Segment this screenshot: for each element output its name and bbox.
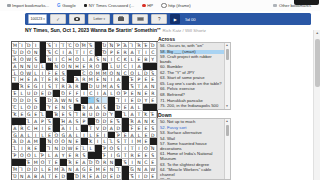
grid-cell-r5c21[interactable]: 35S	[150, 70, 157, 77]
grid-cell-r5c5[interactable]: I	[40, 70, 47, 77]
grid-cell-r13c9[interactable]: I	[67, 125, 74, 132]
grid-cell-r11c21[interactable]: 62E	[150, 111, 157, 118]
grid-cell-r7c15[interactable]: A	[108, 83, 115, 90]
grid-cell-r12c3[interactable]: 63L	[26, 118, 33, 125]
grid-cell-r7c10[interactable]: R	[74, 83, 81, 90]
grid-cell-r19c4[interactable]: D	[33, 166, 40, 173]
grid-cell-r10c11[interactable]: 53B	[81, 104, 88, 111]
grid-cell-r19c5[interactable]: L	[40, 166, 47, 173]
grid-cell-r18c11[interactable]: A	[81, 159, 88, 166]
grid-cell-r8c15[interactable]: L	[108, 90, 115, 97]
grid-cell-r10c8[interactable]: N	[60, 104, 67, 111]
grid-cell-r6c19[interactable]: P	[136, 76, 143, 83]
letter-select[interactable]: Letter ▾	[88, 14, 110, 24]
grid-cell-r16c8[interactable]: D	[60, 145, 67, 152]
grid-cell-r6c5[interactable]: T	[40, 76, 47, 83]
grid-cell-r8c13[interactable]: I	[95, 90, 102, 97]
grid-cell-r5c15[interactable]: O	[108, 70, 115, 77]
grid-cell-r7c2[interactable]: 39R	[19, 83, 26, 90]
grid-cell-r11c10[interactable]: 58T	[74, 111, 81, 118]
grid-cell-r9c7[interactable]: 48A	[53, 97, 60, 104]
grid-cell-r4c13[interactable]: O	[95, 63, 102, 70]
grid-cell-r20c6[interactable]: T	[46, 173, 53, 180]
grid-cell-r1c21[interactable]: 19D	[150, 42, 157, 49]
clue-down-65[interactable]: 65. Pier	[160, 178, 224, 180]
grid-cell-r6c1[interactable]: 36T	[12, 76, 19, 83]
grid-cell-r3c19[interactable]: E	[136, 56, 143, 63]
grid-cell-r20c14[interactable]: D	[102, 173, 109, 180]
grid-cell-r13c6[interactable]: E	[46, 125, 53, 132]
puzzle-date-select[interactable]: 100123▾	[28, 14, 47, 24]
grid-cell-r4c8[interactable]: O	[60, 63, 67, 70]
grid-cell-r8c4[interactable]: D	[33, 90, 40, 97]
grid-cell-r15c13[interactable]: I	[95, 138, 102, 145]
grid-cell-r13c21[interactable]: S	[150, 125, 157, 132]
grid-cell-r2c15[interactable]: P	[108, 49, 115, 56]
grid-cell-r9c21[interactable]: E	[150, 97, 157, 104]
grid-cell-r1c11[interactable]: 10M	[81, 42, 88, 49]
grid-cell-r12c20[interactable]: N	[143, 118, 150, 125]
grid-cell-r13c20[interactable]: E	[143, 125, 150, 132]
grid-cell-r20c11[interactable]: R	[81, 173, 88, 180]
grid-cell-r20c5[interactable]: A	[40, 173, 47, 180]
grid-cell-r9c13[interactable]: S	[95, 97, 102, 104]
grid-cell-r18c4[interactable]: M	[33, 159, 40, 166]
grid-cell-r7c6[interactable]: S	[46, 83, 53, 90]
grid-cell-r20c2[interactable]: N	[19, 173, 26, 180]
grid-cell-r8c11[interactable]: I	[81, 90, 88, 97]
grid-cell-r15c20[interactable]: E	[143, 138, 150, 145]
grid-cell-r15c7[interactable]: O	[53, 138, 60, 145]
grid-cell-r2c8[interactable]: I	[60, 49, 67, 56]
grid-cell-r5c8[interactable]: S	[60, 70, 67, 77]
grid-cell-r20c8[interactable]: D	[60, 173, 67, 180]
grid-cell-r8c5[interactable]: E	[40, 90, 47, 97]
grid-cell-r6c3[interactable]: E	[26, 76, 33, 83]
grid-cell-r7c19[interactable]: T	[136, 83, 143, 90]
grid-cell-r4c12[interactable]: R	[88, 63, 95, 70]
grid-cell-r3c12[interactable]: A	[88, 56, 95, 63]
grid-cell-r19c21[interactable]: W	[150, 166, 157, 173]
grid-cell-r15c3[interactable]: A	[26, 138, 33, 145]
grid-cell-r12c5[interactable]: P	[40, 118, 47, 125]
grid-cell-r15c4[interactable]: M	[33, 138, 40, 145]
grid-cell-r4c4[interactable]: U	[33, 63, 40, 70]
grid-cell-r18c9[interactable]: 91R	[67, 159, 74, 166]
grid-cell-r20c15[interactable]: E	[108, 173, 115, 180]
grid-cell-r20c3[interactable]: A	[26, 173, 33, 180]
grid-cell-r3c2[interactable]: O	[19, 56, 26, 63]
grid-cell-r18c14[interactable]: R	[102, 159, 109, 166]
across-list-scrollbar[interactable]: ▲ ▼	[224, 43, 230, 109]
keyboard-button[interactable]	[132, 14, 148, 24]
grid-cell-r4c19[interactable]: A	[136, 63, 143, 70]
grid-cell-r8c21[interactable]: R	[150, 90, 157, 97]
grid-cell-r4c16[interactable]: U	[115, 63, 122, 70]
grid-cell-r18c10[interactable]: E	[74, 159, 81, 166]
grid-cell-r2c20[interactable]: I	[143, 49, 150, 56]
grid-cell-r19c8[interactable]: 97A	[60, 166, 67, 173]
grid-cell-r6c4[interactable]: A	[33, 76, 40, 83]
grid-cell-r13c8[interactable]: 71A	[60, 125, 67, 132]
grid-cell-r8c14[interactable]: A	[102, 90, 109, 97]
grid-cell-r19c9[interactable]: N	[67, 166, 74, 173]
grid-cell-r9c19[interactable]: D	[136, 97, 143, 104]
clue-across-68[interactable]: 68. Befriend?	[160, 93, 224, 98]
grid-cell-r6c14[interactable]: N	[102, 76, 109, 83]
grid-cell-r6c7[interactable]: R	[53, 76, 60, 83]
grid-cell-r11c15[interactable]: 59Y	[108, 111, 115, 118]
grid-cell-r17c20[interactable]: E	[143, 152, 150, 159]
grid-cell-r13c12[interactable]: 72T	[88, 125, 95, 132]
page-scrollbar[interactable]: ▲	[313, 30, 320, 180]
grid-cell-r13c2[interactable]: 70R	[19, 125, 26, 132]
grid-cell-r14c18[interactable]: A	[129, 132, 136, 139]
grid-cell-r14c3[interactable]: L	[26, 132, 33, 139]
grid-cell-r4c5[interactable]: 27L	[40, 63, 47, 70]
grid-cell-r7c12[interactable]: 41D	[88, 83, 95, 90]
grid-cell-r14c19[interactable]: L	[136, 132, 143, 139]
crossword-grid[interactable]: 1M2I3D4I5S6I7T8C9O10M11S12U13N14P15A16I1…	[11, 41, 158, 180]
grid-cell-r7c13[interactable]: U	[95, 83, 102, 90]
clue-down-61[interactable]: 61. Home of India's National Museum	[160, 152, 224, 161]
grid-cell-r16c7[interactable]: N	[53, 145, 60, 152]
grid-cell-r18c13[interactable]: 93O	[95, 159, 102, 166]
grid-cell-r14c21[interactable]: D	[150, 132, 157, 139]
grid-cell-r19c11[interactable]: G	[81, 166, 88, 173]
grid-cell-r19c19[interactable]: N	[136, 166, 143, 173]
scroll-thumb[interactable]	[226, 125, 229, 136]
grid-cell-r17c2[interactable]: O	[19, 152, 26, 159]
grid-cell-r1c7[interactable]: 6I	[53, 42, 60, 49]
grid-cell-r10c3[interactable]: O	[26, 104, 33, 111]
grid-cell-r7c16[interactable]: S	[115, 83, 122, 90]
grid-cell-r8c20[interactable]: E	[143, 90, 150, 97]
grid-cell-r3c16[interactable]: C	[115, 56, 122, 63]
grid-cell-r8c18[interactable]: E	[129, 90, 136, 97]
grid-cell-r14c14[interactable]: I	[102, 132, 109, 139]
grid-cell-r6c6[interactable]: E	[46, 76, 53, 83]
grid-cell-r9c18[interactable]: E	[129, 97, 136, 104]
grid-cell-r17c10[interactable]: R	[74, 152, 81, 159]
scroll-down-icon[interactable]: ▼	[226, 105, 229, 108]
grid-cell-r12c6[interactable]: 64S	[46, 118, 53, 125]
grid-cell-r13c15[interactable]: A	[108, 125, 115, 132]
grid-cell-r14c7[interactable]: 75O	[53, 132, 60, 139]
grid-cell-r15c8[interactable]: O	[60, 138, 67, 145]
grid-cell-r20c7[interactable]: E	[53, 173, 60, 180]
grid-cell-r1c4[interactable]: 4I	[33, 42, 40, 49]
grid-cell-r12c13[interactable]: 66O	[95, 118, 102, 125]
grid-cell-r3c4[interactable]: S	[33, 56, 40, 63]
grid-cell-r16c3[interactable]: R	[26, 145, 33, 152]
grid-cell-r7c3[interactable]: E	[26, 83, 33, 90]
down-list-scrollbar[interactable]: ▲	[224, 119, 230, 179]
grid-cell-r13c10[interactable]: L	[74, 125, 81, 132]
grid-cell-r8c3[interactable]: U	[26, 90, 33, 97]
grid-cell-r5c2[interactable]: O	[19, 70, 26, 77]
grid-cell-r1c18[interactable]: 16I	[129, 42, 136, 49]
grid-cell-r7c14[interactable]: M	[102, 83, 109, 90]
grid-cell-r17c16[interactable]: G	[115, 152, 122, 159]
clue-down-57[interactable]: 57. Some haunted house decorations	[160, 142, 224, 151]
grid-cell-r17c15[interactable]: I	[108, 152, 115, 159]
grid-cell-r19c3[interactable]: D	[26, 166, 33, 173]
grid-cell-r11c17[interactable]: 60L	[122, 111, 129, 118]
grid-cell-r13c4[interactable]: H	[33, 125, 40, 132]
grid-cell-r5c6[interactable]: 31F	[46, 70, 53, 77]
grid-cell-r13c14[interactable]: D	[102, 125, 109, 132]
grid-cell-r3c18[interactable]: L	[129, 56, 136, 63]
grid-cell-r3c20[interactable]: B	[143, 56, 150, 63]
grid-cell-r16c21[interactable]: 86N	[150, 145, 157, 152]
grid-cell-r14c11[interactable]: I	[81, 132, 88, 139]
grid-cell-r10c6[interactable]: 52Y	[46, 104, 53, 111]
grid-cell-r14c13[interactable]: E	[95, 132, 102, 139]
grid-cell-r14c8[interactable]: G	[60, 132, 67, 139]
grid-cell-r16c16[interactable]: S	[115, 145, 122, 152]
grid-cell-r15c10[interactable]: E	[74, 138, 81, 145]
grid-cell-r17c6[interactable]: L	[46, 152, 53, 159]
grid-cell-r7c5[interactable]: I	[40, 83, 47, 90]
scroll-thumb[interactable]	[226, 49, 229, 60]
grid-cell-r11c20[interactable]: 61K	[143, 111, 150, 118]
grid-cell-r19c2[interactable]: 96I	[19, 166, 26, 173]
grid-cell-r6c20[interactable]: E	[143, 76, 150, 83]
grid-cell-r5c3[interactable]: W	[26, 70, 33, 77]
grid-cell-r19c15[interactable]: N	[108, 166, 115, 173]
grid-cell-r12c9[interactable]: A	[67, 118, 74, 125]
grid-cell-r4c2[interactable]: N	[19, 63, 26, 70]
grid-cell-r10c13[interactable]: A	[95, 104, 102, 111]
grid-cell-r2c4[interactable]: N	[33, 49, 40, 56]
grid-cell-r6c15[interactable]: I	[108, 76, 115, 83]
grid-cell-r3c10[interactable]: O	[74, 56, 81, 63]
grid-cell-r3c17[interactable]: K	[122, 56, 129, 63]
grid-cell-r10c9[interactable]: S	[67, 104, 74, 111]
grid-cell-r12c16[interactable]: 67S	[115, 118, 122, 125]
grid-cell-r3c11[interactable]: L	[81, 56, 88, 63]
grid-cell-r15c2[interactable]: D	[19, 138, 26, 145]
grid-cell-r16c9[interactable]: W	[67, 145, 74, 152]
grid-cell-r1c8[interactable]: 7T	[60, 42, 67, 49]
grid-cell-r3c14[interactable]: N	[102, 56, 109, 63]
grid-cell-r1c9[interactable]: 8C	[67, 42, 74, 49]
grid-cell-r14c2[interactable]: A	[19, 132, 26, 139]
grid-cell-r15c9[interactable]: N	[67, 138, 74, 145]
grid-cell-r15c15[interactable]: 81L	[108, 138, 115, 145]
grid-cell-r19c16[interactable]: 98T	[115, 166, 122, 173]
grid-cell-r14c5[interactable]: L	[40, 132, 47, 139]
grid-cell-r14c17[interactable]: 77E	[122, 132, 129, 139]
grid-cell-r8c19[interactable]: N	[136, 90, 143, 97]
grid-cell-r15c18[interactable]: I	[129, 138, 136, 145]
grid-cell-r1c16[interactable]: 14P	[115, 42, 122, 49]
grid-cell-r18c19[interactable]: N	[136, 159, 143, 166]
grid-cell-r5c20[interactable]: 34D	[143, 70, 150, 77]
grid-cell-r6c21[interactable]: E	[150, 76, 157, 83]
grid-cell-r20c19[interactable]: I	[136, 173, 143, 180]
grid-cell-r5c4[interactable]: L	[33, 70, 40, 77]
grid-cell-r16c6[interactable]: 83I	[46, 145, 53, 152]
grid-cell-r16c20[interactable]: O	[143, 145, 150, 152]
grid-cell-r18c12[interactable]: 92D	[88, 159, 95, 166]
grid-cell-r2c16[interactable]: E	[115, 49, 122, 56]
grid-cell-r20c13[interactable]: A	[95, 173, 102, 180]
grid-cell-r14c16[interactable]: 76P	[115, 132, 122, 139]
grid-cell-r5c16[interactable]: N	[115, 70, 122, 77]
grid-cell-r7c21[interactable]: N	[150, 83, 157, 90]
grid-cell-r11c1[interactable]: 55K	[12, 111, 19, 118]
grid-cell-r12c14[interactable]: D	[102, 118, 109, 125]
grid-cell-r20c12[interactable]: E	[88, 173, 95, 180]
grid-cell-r20c16[interactable]: D	[115, 173, 122, 180]
grid-cell-r16c15[interactable]: O	[108, 145, 115, 152]
help-button[interactable]: ?	[151, 14, 167, 24]
grid-cell-r1c12[interactable]: 11S	[88, 42, 95, 49]
grid-cell-r2c10[interactable]: T	[74, 49, 81, 56]
grid-cell-r4c7[interactable]: 28N	[53, 63, 60, 70]
grid-cell-r18c21[interactable]: E	[150, 159, 157, 166]
grid-cell-r10c18[interactable]: A	[129, 104, 136, 111]
grid-cell-r17c1[interactable]: 87P	[12, 152, 19, 159]
grid-cell-r7c7[interactable]: T	[53, 83, 60, 90]
grid-cell-r2c21[interactable]: C	[150, 49, 157, 56]
across-clue-list[interactable]: 56. Occurs to, with "on"58. Big ___ (sma…	[157, 42, 231, 110]
grid-cell-r10c2[interactable]: L	[19, 104, 26, 111]
grid-cell-r1c10[interactable]: 9O	[74, 42, 81, 49]
check-button[interactable]: ✓	[50, 14, 66, 24]
clue-down-64[interactable]: 64. "Miracle Workers" cable channel	[160, 168, 224, 177]
scroll-up-icon[interactable]: ▲	[315, 31, 318, 35]
grid-cell-r5c12[interactable]: O	[88, 70, 95, 77]
grid-cell-r9c4[interactable]: S	[33, 97, 40, 104]
grid-cell-r13c3[interactable]: C	[26, 125, 33, 132]
grid-cell-r14c10[interactable]: L	[74, 132, 81, 139]
grid-cell-r4c15[interactable]: 29L	[108, 63, 115, 70]
grid-cell-r12c15[interactable]: E	[108, 118, 115, 125]
grid-cell-r9c14[interactable]	[102, 97, 109, 104]
scroll-thumb[interactable]	[315, 39, 320, 87]
grid-cell-r3c6[interactable]: 24N	[46, 56, 53, 63]
grid-cell-r13c5[interactable]: I	[40, 125, 47, 132]
grid-cell-r5c17[interactable]: C	[122, 70, 129, 77]
grid-cell-r17c21[interactable]: S	[150, 152, 157, 159]
grid-cell-r2c7[interactable]: C	[53, 49, 60, 56]
grid-cell-r11c5[interactable]: 56L	[40, 111, 47, 118]
grid-cell-r16c2[interactable]: I	[19, 145, 26, 152]
grid-cell-r5c7[interactable]: E	[53, 70, 60, 77]
grid-cell-r16c17[interactable]: I	[122, 145, 129, 152]
grid-cell-r17c14[interactable]: 89F	[102, 152, 109, 159]
grid-cell-r16c12[interactable]: L	[88, 145, 95, 152]
grid-cell-r15c19[interactable]: M	[136, 138, 143, 145]
bookmark-iframe[interactable]: http (iframe)	[161, 3, 191, 9]
grid-cell-r16c11[interactable]: 84L	[81, 145, 88, 152]
grid-cell-r18c7[interactable]: E	[53, 159, 60, 166]
grid-cell-r11c11[interactable]: B	[81, 111, 88, 118]
grid-cell-r12c4[interactable]: A	[33, 118, 40, 125]
grid-cell-r8c2[interactable]: L	[19, 90, 26, 97]
grid-cell-r13c13[interactable]: V	[95, 125, 102, 132]
grid-cell-r10c19[interactable]: L	[136, 104, 143, 111]
grid-cell-r6c11[interactable]: R	[81, 76, 88, 83]
grid-cell-r2c14[interactable]: 22O	[102, 49, 109, 56]
grid-cell-r9c10[interactable]: S	[74, 97, 81, 104]
grid-cell-r1c15[interactable]: 13N	[108, 42, 115, 49]
bookmark-google[interactable]: GGoogle	[57, 3, 76, 8]
bookmark-hp[interactable]: HP	[142, 3, 153, 8]
grid-cell-r8c9[interactable]: F	[67, 90, 74, 97]
grid-cell-r14c4[interactable]: I	[33, 132, 40, 139]
grid-cell-r17c18[interactable]: R	[129, 152, 136, 159]
grid-cell-r15c16[interactable]: S	[115, 138, 122, 145]
grid-cell-r16c10[interactable]: E	[74, 145, 81, 152]
grid-cell-r14c9[interactable]: A	[67, 132, 74, 139]
grid-cell-r11c14[interactable]: D	[102, 111, 109, 118]
bookmark-import[interactable]: Import bookmarks...	[7, 3, 49, 8]
grid-cell-r5c14[interactable]: 33M	[102, 70, 109, 77]
scroll-up-icon[interactable]: ▲	[226, 120, 229, 123]
grid-cell-r16c18[interactable]: T	[129, 145, 136, 152]
grid-cell-r9c20[interactable]: Y	[143, 97, 150, 104]
grid-cell-r13c19[interactable]: E	[136, 125, 143, 132]
grid-cell-r10c4[interactable]: D	[33, 104, 40, 111]
timer-play-button[interactable]: ▶	[170, 14, 180, 24]
grid-cell-r9c3[interactable]: D	[26, 97, 33, 104]
grid-cell-r9c17[interactable]: I	[122, 97, 129, 104]
grid-cell-r2c9[interactable]: A	[67, 49, 74, 56]
grid-cell-r4c18[interactable]: I	[129, 63, 136, 70]
grid-cell-r9c2[interactable]: D	[19, 97, 26, 104]
grid-cell-r3c13[interactable]: 25S	[95, 56, 102, 63]
grid-cell-r16c4[interactable]: E	[33, 145, 40, 152]
grid-cell-r2c11[interactable]: I	[81, 49, 88, 56]
bookmark-nyt-crossword[interactable]: NY Times Crossword (...	[84, 3, 134, 8]
grid-cell-r2c19[interactable]: T	[136, 49, 143, 56]
grid-cell-r13c18[interactable]: 73F	[129, 125, 136, 132]
grid-cell-r12c11[interactable]: P	[81, 118, 88, 125]
grid-cell-r18c17[interactable]: 94S	[122, 159, 129, 166]
clue-across-59[interactable]: 59. Craft project with rubber bands	[160, 55, 224, 64]
grid-cell-r16c19[interactable]: I	[136, 145, 143, 152]
grid-cell-r10c14[interactable]: S	[102, 104, 109, 111]
grid-cell-r7c4[interactable]: G	[33, 83, 40, 90]
grid-cell-r17c4[interactable]: L	[33, 152, 40, 159]
grid-cell-r4c3[interactable]: N	[26, 63, 33, 70]
grid-cell-r17c11[interactable]: S	[81, 152, 88, 159]
grid-cell-r6c8[interactable]: S	[60, 76, 67, 83]
grid-cell-r2c17[interactable]: R	[122, 49, 129, 56]
grid-cell-r19c20[interactable]: A	[143, 166, 150, 173]
grid-cell-r17c19[interactable]: E	[136, 152, 143, 159]
grid-cell-r3c8[interactable]: C	[60, 56, 67, 63]
grid-cell-r1c17[interactable]: 15A	[122, 42, 129, 49]
grid-cell-r4c9[interactable]: N	[67, 63, 74, 70]
grid-cell-r18c6[interactable]: T	[46, 159, 53, 166]
grid-cell-r15c12[interactable]: 80K	[88, 138, 95, 145]
grid-cell-r5c13[interactable]: M	[95, 70, 102, 77]
grid-cell-r12c10[interactable]: S	[74, 118, 81, 125]
grid-cell-r7c18[interactable]: 42S	[129, 83, 136, 90]
grid-cell-r7c9[interactable]: 40A	[67, 83, 74, 90]
grid-cell-r6c13[interactable]: E	[95, 76, 102, 83]
grid-cell-r6c16[interactable]: A	[115, 76, 122, 83]
grid-cell-r5c11[interactable]: 32C	[81, 70, 88, 77]
reveal-button[interactable]	[69, 14, 85, 24]
grid-cell-r19c12[interactable]: E	[88, 166, 95, 173]
grid-cell-r11c2[interactable]: E	[19, 111, 26, 118]
